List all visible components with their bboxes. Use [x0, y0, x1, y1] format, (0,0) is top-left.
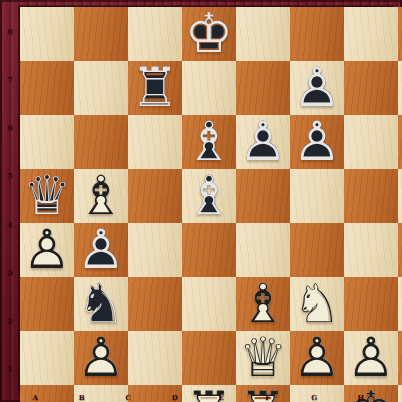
black-pawn-f6[interactable]: ♟♙: [290, 115, 344, 169]
square-a8[interactable]: [20, 7, 74, 61]
square-d7[interactable]: [182, 61, 236, 115]
square-b4[interactable]: ♟♙: [74, 223, 128, 277]
pawn-glyph-outline: ♙: [344, 331, 398, 385]
white-pawn-f2[interactable]: ♟♙: [290, 331, 344, 385]
file-label-g: G: [291, 392, 338, 402]
square-h1[interactable]: [398, 385, 402, 402]
black-queen-a5[interactable]: ♛♕: [20, 169, 74, 223]
square-c8[interactable]: [128, 7, 182, 61]
white-knight-f3[interactable]: ♞♘: [290, 277, 344, 331]
white-pawn-a4[interactable]: ♟♙: [20, 223, 74, 277]
bishop-glyph-outline: ♗: [236, 277, 290, 331]
pawn-glyph-outline: ♙: [20, 223, 74, 277]
bishop-glyph-outline: ♗: [182, 169, 236, 223]
square-h5[interactable]: [398, 169, 402, 223]
rank-label-1: 1: [0, 344, 20, 392]
square-b7[interactable]: [74, 61, 128, 115]
white-bishop-b5[interactable]: ♝♗: [74, 169, 128, 223]
square-f3[interactable]: ♞♘: [290, 277, 344, 331]
rank-label-6: 6: [0, 103, 20, 151]
square-a3[interactable]: [20, 277, 74, 331]
rank-label-2: 2: [0, 296, 20, 344]
square-c5[interactable]: [128, 169, 182, 223]
rank-label-7: 7: [0, 55, 20, 103]
square-e7[interactable]: [236, 61, 290, 115]
square-a2[interactable]: [20, 331, 74, 385]
bishop-glyph-outline: ♗: [182, 115, 236, 169]
pawn-glyph-outline: ♙: [398, 331, 402, 385]
square-c3[interactable]: [128, 277, 182, 331]
file-label-d: D: [152, 392, 199, 402]
square-g7[interactable]: [344, 61, 398, 115]
square-h6[interactable]: [398, 115, 402, 169]
square-e6[interactable]: ♟♙: [236, 115, 290, 169]
square-g6[interactable]: [344, 115, 398, 169]
square-f5[interactable]: [290, 169, 344, 223]
square-a4[interactable]: ♟♙: [20, 223, 74, 277]
queen-glyph-outline: ♕: [20, 169, 74, 223]
black-rook-h8[interactable]: ♜♖: [398, 7, 402, 61]
square-c7[interactable]: ♜♖: [128, 61, 182, 115]
square-f8[interactable]: [290, 7, 344, 61]
square-e5[interactable]: [236, 169, 290, 223]
square-h3[interactable]: [398, 277, 402, 331]
rank-label-3: 3: [0, 248, 20, 296]
square-a5[interactable]: ♛♕: [20, 169, 74, 223]
black-pawn-f7[interactable]: ♟♙: [290, 61, 344, 115]
pawn-glyph-outline: ♙: [74, 331, 128, 385]
white-bishop-e3[interactable]: ♝♗: [236, 277, 290, 331]
square-d4[interactable]: [182, 223, 236, 277]
white-pawn-g2[interactable]: ♟♙: [344, 331, 398, 385]
pawn-glyph-outline: ♙: [290, 61, 344, 115]
square-f2[interactable]: ♟♙: [290, 331, 344, 385]
square-b8[interactable]: [74, 7, 128, 61]
square-g8[interactable]: [344, 7, 398, 61]
rank-label-5: 5: [0, 151, 20, 199]
king-glyph-outline: ♔: [182, 7, 236, 61]
square-f6[interactable]: ♟♙: [290, 115, 344, 169]
square-g4[interactable]: [344, 223, 398, 277]
square-d8[interactable]: ♚♔: [182, 7, 236, 61]
square-e8[interactable]: [236, 7, 290, 61]
square-e4[interactable]: [236, 223, 290, 277]
file-label-a: A: [12, 392, 59, 402]
square-d2[interactable]: [182, 331, 236, 385]
file-label-f: F: [245, 392, 292, 402]
rook-glyph-outline: ♖: [128, 61, 182, 115]
square-c2[interactable]: [128, 331, 182, 385]
pawn-glyph-outline: ♙: [398, 61, 402, 115]
square-c4[interactable]: [128, 223, 182, 277]
pawn-glyph-outline: ♙: [290, 115, 344, 169]
black-pawn-h7[interactable]: ♟♙: [398, 61, 402, 115]
pawn-glyph-outline: ♙: [236, 115, 290, 169]
black-bishop-d5[interactable]: ♝♗: [182, 169, 236, 223]
rank-labels: 87654321: [0, 7, 20, 392]
square-b6[interactable]: [74, 115, 128, 169]
white-pawn-h2[interactable]: ♟♙: [398, 331, 402, 385]
file-label-h: H: [338, 392, 385, 402]
black-rook-c7[interactable]: ♜♖: [128, 61, 182, 115]
square-h2[interactable]: ♟♙: [398, 331, 402, 385]
square-h4[interactable]: [398, 223, 402, 277]
square-g2[interactable]: ♟♙: [344, 331, 398, 385]
square-b2[interactable]: ♟♙: [74, 331, 128, 385]
square-h7[interactable]: ♟♙: [398, 61, 402, 115]
square-d5[interactable]: ♝♗: [182, 169, 236, 223]
file-labels: ABCDEFGH: [20, 392, 392, 402]
square-b3[interactable]: ♞♘: [74, 277, 128, 331]
white-pawn-b2[interactable]: ♟♙: [74, 331, 128, 385]
bishop-glyph-outline: ♗: [74, 169, 128, 223]
rank-label-8: 8: [0, 7, 20, 55]
pawn-glyph-outline: ♙: [74, 223, 128, 277]
pawn-glyph-outline: ♙: [290, 331, 344, 385]
black-pawn-b4[interactable]: ♟♙: [74, 223, 128, 277]
square-f7[interactable]: ♟♙: [290, 61, 344, 115]
black-king-d8[interactable]: ♚♔: [182, 7, 236, 61]
square-e2[interactable]: ♛♕: [236, 331, 290, 385]
square-d3[interactable]: [182, 277, 236, 331]
file-label-c: C: [105, 392, 152, 402]
chess-board: ♚♔♜♖♜♖♟♙♟♙♝♗♟♙♟♙♛♕♝♗♝♗♟♙♟♙♞♘♝♗♞♘♟♙♛♕♟♙♟♙…: [20, 7, 392, 392]
rank-label-4: 4: [0, 200, 20, 248]
black-knight-b3[interactable]: ♞♘: [74, 277, 128, 331]
knight-glyph-outline: ♘: [290, 277, 344, 331]
square-e3[interactable]: ♝♗: [236, 277, 290, 331]
black-bishop-d6[interactable]: ♝♗: [182, 115, 236, 169]
file-label-b: B: [59, 392, 106, 402]
black-pawn-e6[interactable]: ♟♙: [236, 115, 290, 169]
knight-glyph-outline: ♘: [74, 277, 128, 331]
file-label-e: E: [198, 392, 245, 402]
square-f4[interactable]: [290, 223, 344, 277]
square-a6[interactable]: [20, 115, 74, 169]
square-c6[interactable]: [128, 115, 182, 169]
square-h8[interactable]: ♜♖: [398, 7, 402, 61]
square-g3[interactable]: [344, 277, 398, 331]
rook-glyph-outline: ♖: [398, 7, 402, 61]
square-b5[interactable]: ♝♗: [74, 169, 128, 223]
white-queen-e2[interactable]: ♛♕: [236, 331, 290, 385]
queen-glyph-outline: ♕: [236, 331, 290, 385]
square-d6[interactable]: ♝♗: [182, 115, 236, 169]
square-g5[interactable]: [344, 169, 398, 223]
square-a7[interactable]: [20, 61, 74, 115]
